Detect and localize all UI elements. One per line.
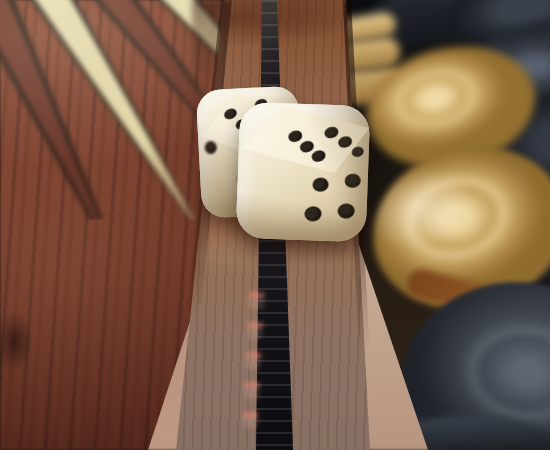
front-die-shading — [236, 102, 371, 242]
front-die — [236, 102, 371, 242]
backgammon-photo — [0, 0, 550, 450]
